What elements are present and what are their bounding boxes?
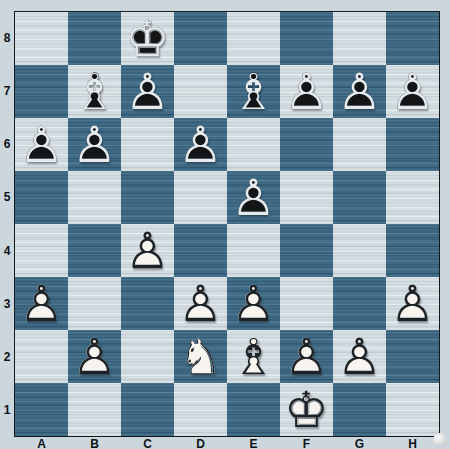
white-pawn-piece: ♟♙	[333, 330, 386, 383]
black-bishop-piece: ♝♗	[68, 65, 121, 118]
square-c2[interactable]	[121, 330, 174, 383]
square-e2[interactable]: ♝♗	[227, 330, 280, 383]
square-c3[interactable]	[121, 277, 174, 330]
square-b2[interactable]: ♟♙	[68, 330, 121, 383]
rank-label-3: 3	[0, 277, 14, 330]
file-label-g: G	[333, 437, 386, 449]
file-label-f: F	[280, 437, 333, 449]
white-bishop-piece: ♝♗	[227, 330, 280, 383]
file-label-h: H	[386, 437, 439, 449]
black-pawn-piece: ♟♙	[333, 65, 386, 118]
square-e8[interactable]	[227, 12, 280, 65]
square-f8[interactable]	[280, 12, 333, 65]
square-d5[interactable]	[174, 171, 227, 224]
square-a5[interactable]	[15, 171, 68, 224]
white-pawn-piece: ♟♙	[280, 330, 333, 383]
square-h8[interactable]	[386, 12, 439, 65]
square-g8[interactable]	[333, 12, 386, 65]
white-king-piece: ♚♔	[280, 383, 333, 436]
gray-sphere-icon	[433, 433, 447, 447]
square-c4[interactable]: ♟♙	[121, 224, 174, 277]
square-c5[interactable]	[121, 171, 174, 224]
square-d3[interactable]: ♟♙	[174, 277, 227, 330]
square-h5[interactable]	[386, 171, 439, 224]
white-pawn-piece: ♟♙	[121, 224, 174, 277]
square-e6[interactable]	[227, 118, 280, 171]
file-label-a: A	[15, 437, 68, 449]
square-a4[interactable]	[15, 224, 68, 277]
square-g3[interactable]	[333, 277, 386, 330]
square-g6[interactable]	[333, 118, 386, 171]
square-b4[interactable]	[68, 224, 121, 277]
white-knight-piece: ♞♘	[174, 330, 227, 383]
square-h1[interactable]	[386, 383, 439, 436]
file-label-c: C	[121, 437, 174, 449]
square-b7[interactable]: ♝♗	[68, 65, 121, 118]
square-g4[interactable]	[333, 224, 386, 277]
rank-label-8: 8	[0, 11, 14, 64]
black-pawn-piece: ♟♙	[280, 65, 333, 118]
square-c1[interactable]	[121, 383, 174, 436]
square-b1[interactable]	[68, 383, 121, 436]
black-pawn-piece: ♟♙	[15, 118, 68, 171]
square-f5[interactable]	[280, 171, 333, 224]
square-c6[interactable]	[121, 118, 174, 171]
white-pawn-piece: ♟♙	[227, 277, 280, 330]
square-f2[interactable]: ♟♙	[280, 330, 333, 383]
rank-label-5: 5	[0, 171, 14, 224]
square-d6[interactable]: ♟♙	[174, 118, 227, 171]
square-a1[interactable]	[15, 383, 68, 436]
black-pawn-piece: ♟♙	[174, 118, 227, 171]
square-e4[interactable]	[227, 224, 280, 277]
square-h3[interactable]: ♟♙	[386, 277, 439, 330]
square-d8[interactable]	[174, 12, 227, 65]
square-b6[interactable]: ♟♙	[68, 118, 121, 171]
rank-label-4: 4	[0, 224, 14, 277]
white-pawn-piece: ♟♙	[68, 330, 121, 383]
square-h2[interactable]	[386, 330, 439, 383]
square-h4[interactable]	[386, 224, 439, 277]
square-f1[interactable]: ♚♔	[280, 383, 333, 436]
black-king-piece: ♚♔	[121, 12, 174, 65]
file-labels: ABCDEFGH	[15, 437, 439, 449]
white-pawn-piece: ♟♙	[174, 277, 227, 330]
square-f3[interactable]	[280, 277, 333, 330]
rank-label-7: 7	[0, 64, 14, 117]
black-pawn-piece: ♟♙	[68, 118, 121, 171]
square-d7[interactable]	[174, 65, 227, 118]
square-a7[interactable]	[15, 65, 68, 118]
square-b3[interactable]	[68, 277, 121, 330]
square-a3[interactable]: ♟♙	[15, 277, 68, 330]
square-a8[interactable]	[15, 12, 68, 65]
rank-label-6: 6	[0, 118, 14, 171]
square-g5[interactable]	[333, 171, 386, 224]
square-d1[interactable]	[174, 383, 227, 436]
rank-label-1: 1	[0, 384, 14, 437]
file-label-e: E	[227, 437, 280, 449]
square-e7[interactable]: ♝♗	[227, 65, 280, 118]
square-e1[interactable]	[227, 383, 280, 436]
square-g7[interactable]: ♟♙	[333, 65, 386, 118]
white-pawn-piece: ♟♙	[15, 277, 68, 330]
square-f4[interactable]	[280, 224, 333, 277]
square-h6[interactable]	[386, 118, 439, 171]
square-b5[interactable]	[68, 171, 121, 224]
square-b8[interactable]	[68, 12, 121, 65]
square-g2[interactable]: ♟♙	[333, 330, 386, 383]
square-d2[interactable]: ♞♘	[174, 330, 227, 383]
rank-labels: 87654321	[0, 11, 14, 437]
square-c7[interactable]: ♟♙	[121, 65, 174, 118]
black-pawn-piece: ♟♙	[227, 171, 280, 224]
square-e5[interactable]: ♟♙	[227, 171, 280, 224]
square-g1[interactable]	[333, 383, 386, 436]
black-pawn-piece: ♟♙	[121, 65, 174, 118]
rank-label-2: 2	[0, 331, 14, 384]
square-c8[interactable]: ♚♔	[121, 12, 174, 65]
black-pawn-piece: ♟♙	[386, 65, 439, 118]
black-bishop-piece: ♝♗	[227, 65, 280, 118]
file-label-d: D	[174, 437, 227, 449]
white-pawn-piece: ♟♙	[386, 277, 439, 330]
square-f6[interactable]	[280, 118, 333, 171]
file-label-b: B	[68, 437, 121, 449]
square-f7[interactable]: ♟♙	[280, 65, 333, 118]
square-a2[interactable]	[15, 330, 68, 383]
square-a6[interactable]: ♟♙	[15, 118, 68, 171]
square-e3[interactable]: ♟♙	[227, 277, 280, 330]
square-h7[interactable]: ♟♙	[386, 65, 439, 118]
square-d4[interactable]	[174, 224, 227, 277]
chess-board: ♚♔♝♗♟♙♝♗♟♙♟♙♟♙♟♙♟♙♟♙♟♙♟♙♟♙♟♙♟♙♟♙♟♙♞♘♝♗♟♙…	[14, 11, 440, 437]
